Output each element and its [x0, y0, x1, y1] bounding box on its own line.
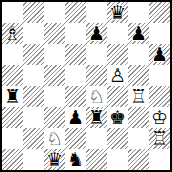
square-b8[interactable] [23, 2, 44, 23]
square-c2[interactable]: ♞♘ [44, 128, 65, 149]
square-d8[interactable] [65, 2, 86, 23]
white-pawn-icon: ♙ [107, 65, 128, 86]
black-pawn-icon: ♟ [149, 44, 170, 65]
black-queen-icon: ♛ [107, 2, 128, 23]
square-g2[interactable] [128, 128, 149, 149]
square-a2[interactable] [2, 128, 23, 149]
square-d5[interactable] [65, 65, 86, 86]
square-c3[interactable] [44, 107, 65, 128]
square-h6[interactable]: ♟ [149, 44, 170, 65]
square-g4[interactable]: ♜♖ [128, 86, 149, 107]
black-queen-icon: ♛ [44, 149, 65, 170]
square-h3[interactable]: ♚♔ [149, 107, 170, 128]
square-e8[interactable] [86, 2, 107, 23]
square-e3[interactable]: ♜ [86, 107, 107, 128]
square-d4[interactable] [65, 86, 86, 107]
piece-black-pawn: ♟ [65, 107, 86, 128]
square-a6[interactable] [2, 44, 23, 65]
square-c7[interactable] [44, 23, 65, 44]
square-b1[interactable] [23, 149, 44, 170]
piece-white-king: ♚♔ [149, 107, 170, 128]
square-f3[interactable]: ♚ [107, 107, 128, 128]
piece-black-king: ♚ [107, 107, 128, 128]
piece-white-knight: ♞♘ [86, 86, 107, 107]
square-e1[interactable] [86, 149, 107, 170]
piece-white-rook: ♜♖ [128, 86, 149, 107]
square-d7[interactable] [65, 23, 86, 44]
piece-black-queen: ♛ [107, 2, 128, 23]
square-b6[interactable] [23, 44, 44, 65]
black-pawn-icon: ♟ [128, 23, 149, 44]
piece-white-rook: ♜♖ [149, 128, 170, 149]
square-g8[interactable] [128, 2, 149, 23]
piece-black-pawn: ♟ [128, 23, 149, 44]
square-b7[interactable] [23, 23, 44, 44]
white-knight-icon: ♘ [44, 128, 65, 149]
piece-black-knight: ♞ [65, 149, 86, 170]
square-f6[interactable] [107, 44, 128, 65]
square-h1[interactable] [149, 149, 170, 170]
black-rook-icon: ♜ [86, 107, 107, 128]
white-rook-icon: ♖ [128, 86, 149, 107]
square-e5[interactable] [86, 65, 107, 86]
black-pawn-icon: ♟ [86, 23, 107, 44]
black-pawn-icon: ♟ [65, 107, 86, 128]
square-g3[interactable] [128, 107, 149, 128]
square-b5[interactable] [23, 65, 44, 86]
board-frame: ♛♝♗♟♟♟♟♙♜♞♘♜♖♟♜♚♚♔♞♘♜♖♛♞ [0, 0, 172, 172]
piece-black-rook: ♜ [86, 107, 107, 128]
square-c8[interactable] [44, 2, 65, 23]
square-c1[interactable]: ♛ [44, 149, 65, 170]
chess-board: ♛♝♗♟♟♟♟♙♜♞♘♜♖♟♜♚♚♔♞♘♜♖♛♞ [2, 2, 170, 170]
piece-white-pawn: ♟♙ [107, 65, 128, 86]
piece-white-bishop: ♝♗ [2, 23, 23, 44]
square-d1[interactable]: ♞ [65, 149, 86, 170]
square-g7[interactable]: ♟ [128, 23, 149, 44]
square-g5[interactable] [128, 65, 149, 86]
piece-black-queen: ♛ [44, 149, 65, 170]
square-f8[interactable]: ♛ [107, 2, 128, 23]
black-rook-icon: ♜ [2, 86, 23, 107]
square-d6[interactable] [65, 44, 86, 65]
square-a4[interactable]: ♜ [2, 86, 23, 107]
square-d2[interactable] [65, 128, 86, 149]
square-e7[interactable]: ♟ [86, 23, 107, 44]
square-c6[interactable] [44, 44, 65, 65]
white-knight-icon: ♘ [86, 86, 107, 107]
square-g6[interactable] [128, 44, 149, 65]
square-h7[interactable] [149, 23, 170, 44]
white-bishop-icon: ♗ [2, 23, 23, 44]
piece-white-knight: ♞♘ [44, 128, 65, 149]
square-a3[interactable] [2, 107, 23, 128]
square-b4[interactable] [23, 86, 44, 107]
piece-black-pawn: ♟ [149, 44, 170, 65]
white-king-icon: ♔ [149, 107, 170, 128]
square-f2[interactable] [107, 128, 128, 149]
square-a7[interactable]: ♝♗ [2, 23, 23, 44]
square-e4[interactable]: ♞♘ [86, 86, 107, 107]
square-h4[interactable] [149, 86, 170, 107]
square-h8[interactable] [149, 2, 170, 23]
square-a1[interactable] [2, 149, 23, 170]
square-c5[interactable] [44, 65, 65, 86]
square-f5[interactable]: ♟♙ [107, 65, 128, 86]
square-a8[interactable] [2, 2, 23, 23]
square-h2[interactable]: ♜♖ [149, 128, 170, 149]
square-f1[interactable] [107, 149, 128, 170]
square-b3[interactable] [23, 107, 44, 128]
white-rook-icon: ♖ [149, 128, 170, 149]
square-h5[interactable] [149, 65, 170, 86]
black-knight-icon: ♞ [65, 149, 86, 170]
square-g1[interactable] [128, 149, 149, 170]
square-e2[interactable] [86, 128, 107, 149]
square-b2[interactable] [23, 128, 44, 149]
square-e6[interactable] [86, 44, 107, 65]
piece-black-pawn: ♟ [86, 23, 107, 44]
piece-black-rook: ♜ [2, 86, 23, 107]
black-king-icon: ♚ [107, 107, 128, 128]
square-f4[interactable] [107, 86, 128, 107]
square-a5[interactable] [2, 65, 23, 86]
square-c4[interactable] [44, 86, 65, 107]
square-d3[interactable]: ♟ [65, 107, 86, 128]
square-f7[interactable] [107, 23, 128, 44]
